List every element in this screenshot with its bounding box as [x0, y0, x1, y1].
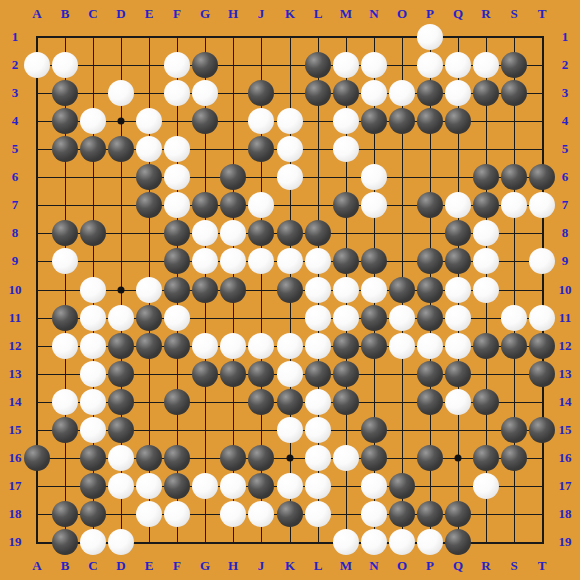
black-stone[interactable] — [248, 136, 274, 162]
black-stone[interactable] — [473, 164, 499, 190]
black-stone[interactable] — [473, 192, 499, 218]
black-stone[interactable] — [192, 52, 218, 78]
white-stone[interactable] — [305, 501, 331, 527]
white-stone[interactable] — [108, 473, 134, 499]
right-row-label: 2 — [562, 57, 569, 73]
white-stone[interactable] — [164, 192, 190, 218]
left-row-label: 17 — [9, 478, 22, 494]
left-row-label: 13 — [9, 366, 22, 382]
white-stone[interactable] — [248, 333, 274, 359]
black-stone[interactable] — [333, 333, 359, 359]
black-stone[interactable] — [305, 80, 331, 106]
black-stone[interactable] — [501, 52, 527, 78]
black-stone[interactable] — [361, 108, 387, 134]
white-stone[interactable] — [501, 192, 527, 218]
black-stone[interactable] — [136, 333, 162, 359]
star-point — [118, 118, 125, 125]
white-stone[interactable] — [277, 333, 303, 359]
black-stone[interactable] — [220, 192, 246, 218]
black-stone[interactable] — [417, 445, 443, 471]
left-row-label: 11 — [9, 310, 21, 326]
right-row-label: 18 — [559, 506, 572, 522]
white-stone[interactable] — [305, 389, 331, 415]
black-stone[interactable] — [248, 361, 274, 387]
black-stone[interactable] — [192, 108, 218, 134]
black-stone[interactable] — [164, 220, 190, 246]
white-stone[interactable] — [529, 305, 555, 331]
black-stone[interactable] — [164, 389, 190, 415]
right-row-label: 11 — [559, 310, 571, 326]
left-row-label: 12 — [9, 338, 22, 354]
black-stone[interactable] — [248, 80, 274, 106]
black-stone[interactable] — [164, 277, 190, 303]
left-row-label: 15 — [9, 422, 22, 438]
left-row-label: 5 — [12, 141, 19, 157]
white-stone[interactable] — [220, 333, 246, 359]
left-row-label: 4 — [12, 113, 19, 129]
black-stone[interactable] — [529, 333, 555, 359]
white-stone[interactable] — [80, 108, 106, 134]
black-stone[interactable] — [52, 417, 78, 443]
black-stone[interactable] — [108, 333, 134, 359]
black-stone[interactable] — [277, 277, 303, 303]
white-stone[interactable] — [445, 389, 471, 415]
right-row-label: 12 — [559, 338, 572, 354]
white-stone[interactable] — [192, 248, 218, 274]
white-stone[interactable] — [220, 473, 246, 499]
bottom-column-label: A — [32, 558, 41, 574]
white-stone[interactable] — [277, 248, 303, 274]
black-stone[interactable] — [220, 164, 246, 190]
white-stone[interactable] — [333, 305, 359, 331]
right-row-label: 10 — [559, 282, 572, 298]
white-stone[interactable] — [529, 248, 555, 274]
white-stone[interactable] — [80, 333, 106, 359]
black-stone[interactable] — [52, 220, 78, 246]
black-stone[interactable] — [164, 333, 190, 359]
white-stone[interactable] — [389, 333, 415, 359]
black-stone[interactable] — [417, 248, 443, 274]
white-stone[interactable] — [445, 192, 471, 218]
left-row-label: 1 — [12, 29, 19, 45]
white-stone[interactable] — [305, 473, 331, 499]
white-stone[interactable] — [80, 361, 106, 387]
white-stone[interactable] — [248, 192, 274, 218]
bottom-column-label: B — [61, 558, 70, 574]
top-column-label: G — [200, 6, 210, 22]
bottom-column-label: S — [510, 558, 517, 574]
black-stone[interactable] — [80, 445, 106, 471]
black-stone[interactable] — [473, 389, 499, 415]
white-stone[interactable] — [277, 136, 303, 162]
black-stone[interactable] — [80, 220, 106, 246]
left-row-label: 7 — [12, 197, 19, 213]
white-stone[interactable] — [248, 108, 274, 134]
black-stone[interactable] — [248, 473, 274, 499]
black-stone[interactable] — [417, 361, 443, 387]
black-stone[interactable] — [417, 108, 443, 134]
white-stone[interactable] — [80, 277, 106, 303]
left-row-label: 10 — [9, 282, 22, 298]
go-board[interactable]: AABBCCDDEEFFGGHHJJKKLLMMNNOOPPQQRRSSTT11… — [0, 0, 580, 580]
black-stone[interactable] — [333, 248, 359, 274]
star-point — [287, 455, 294, 462]
white-stone[interactable] — [473, 220, 499, 246]
top-column-label: D — [116, 6, 125, 22]
white-stone[interactable] — [305, 277, 331, 303]
white-stone[interactable] — [473, 473, 499, 499]
left-row-label: 16 — [9, 450, 22, 466]
black-stone[interactable] — [501, 445, 527, 471]
right-row-label: 15 — [559, 422, 572, 438]
black-stone[interactable] — [80, 501, 106, 527]
white-stone[interactable] — [136, 473, 162, 499]
bottom-column-label: J — [258, 558, 265, 574]
black-stone[interactable] — [417, 501, 443, 527]
white-stone[interactable] — [136, 136, 162, 162]
white-stone[interactable] — [108, 529, 134, 555]
top-column-label: T — [538, 6, 547, 22]
black-stone[interactable] — [192, 192, 218, 218]
right-row-label: 4 — [562, 113, 569, 129]
white-stone[interactable] — [361, 501, 387, 527]
bottom-column-label: Q — [453, 558, 463, 574]
black-stone[interactable] — [361, 305, 387, 331]
black-stone[interactable] — [248, 445, 274, 471]
black-stone[interactable] — [80, 473, 106, 499]
top-column-label: H — [228, 6, 238, 22]
black-stone[interactable] — [108, 389, 134, 415]
black-stone[interactable] — [108, 136, 134, 162]
black-stone[interactable] — [136, 305, 162, 331]
right-row-label: 1 — [562, 29, 569, 45]
black-stone[interactable] — [445, 501, 471, 527]
black-stone[interactable] — [501, 417, 527, 443]
white-stone[interactable] — [445, 333, 471, 359]
black-stone[interactable] — [445, 529, 471, 555]
black-stone[interactable] — [277, 220, 303, 246]
black-stone[interactable] — [361, 333, 387, 359]
bottom-column-label: C — [88, 558, 97, 574]
black-stone[interactable] — [445, 220, 471, 246]
top-column-label: R — [481, 6, 490, 22]
white-stone[interactable] — [52, 248, 78, 274]
top-column-label: K — [285, 6, 295, 22]
black-stone[interactable] — [333, 389, 359, 415]
bottom-column-label: N — [369, 558, 378, 574]
white-stone[interactable] — [361, 52, 387, 78]
white-stone[interactable] — [80, 389, 106, 415]
white-stone[interactable] — [445, 277, 471, 303]
white-stone[interactable] — [164, 164, 190, 190]
white-stone[interactable] — [220, 501, 246, 527]
white-stone[interactable] — [108, 80, 134, 106]
white-stone[interactable] — [333, 108, 359, 134]
black-stone[interactable] — [277, 501, 303, 527]
black-stone[interactable] — [417, 389, 443, 415]
white-stone[interactable] — [164, 501, 190, 527]
white-stone[interactable] — [361, 164, 387, 190]
bottom-column-label: H — [228, 558, 238, 574]
white-stone[interactable] — [52, 52, 78, 78]
white-stone[interactable] — [192, 473, 218, 499]
black-stone[interactable] — [333, 80, 359, 106]
black-stone[interactable] — [389, 108, 415, 134]
right-row-label: 5 — [562, 141, 569, 157]
black-stone[interactable] — [52, 108, 78, 134]
bottom-column-label: M — [340, 558, 352, 574]
left-row-label: 2 — [12, 57, 19, 73]
white-stone[interactable] — [333, 529, 359, 555]
star-point — [118, 287, 125, 294]
black-stone[interactable] — [164, 445, 190, 471]
white-stone[interactable] — [108, 305, 134, 331]
right-row-label: 8 — [562, 225, 569, 241]
bottom-column-label: D — [116, 558, 125, 574]
white-stone[interactable] — [24, 52, 50, 78]
black-stone[interactable] — [333, 192, 359, 218]
white-stone[interactable] — [417, 52, 443, 78]
black-stone[interactable] — [305, 52, 331, 78]
black-stone[interactable] — [52, 529, 78, 555]
white-stone[interactable] — [192, 220, 218, 246]
white-stone[interactable] — [417, 529, 443, 555]
black-stone[interactable] — [501, 80, 527, 106]
white-stone[interactable] — [305, 305, 331, 331]
black-stone[interactable] — [108, 361, 134, 387]
white-stone[interactable] — [80, 417, 106, 443]
right-row-label: 13 — [559, 366, 572, 382]
white-stone[interactable] — [501, 305, 527, 331]
top-column-label: F — [173, 6, 181, 22]
white-stone[interactable] — [473, 277, 499, 303]
black-stone[interactable] — [305, 220, 331, 246]
black-stone[interactable] — [417, 305, 443, 331]
black-stone[interactable] — [501, 164, 527, 190]
star-point — [455, 455, 462, 462]
white-stone[interactable] — [333, 277, 359, 303]
black-stone[interactable] — [220, 445, 246, 471]
white-stone[interactable] — [164, 52, 190, 78]
black-stone[interactable] — [417, 192, 443, 218]
white-stone[interactable] — [361, 529, 387, 555]
right-row-label: 19 — [559, 534, 572, 550]
bottom-column-label: G — [200, 558, 210, 574]
white-stone[interactable] — [220, 248, 246, 274]
white-stone[interactable] — [164, 80, 190, 106]
white-stone[interactable] — [277, 361, 303, 387]
black-stone[interactable] — [192, 361, 218, 387]
bottom-column-label: O — [397, 558, 407, 574]
white-stone[interactable] — [277, 473, 303, 499]
top-column-label: Q — [453, 6, 463, 22]
white-stone[interactable] — [417, 24, 443, 50]
left-row-label: 18 — [9, 506, 22, 522]
white-stone[interactable] — [389, 529, 415, 555]
black-stone[interactable] — [529, 417, 555, 443]
top-column-label: J — [258, 6, 265, 22]
white-stone[interactable] — [80, 529, 106, 555]
bottom-column-label: F — [173, 558, 181, 574]
white-stone[interactable] — [220, 220, 246, 246]
black-stone[interactable] — [417, 277, 443, 303]
black-stone[interactable] — [473, 80, 499, 106]
black-stone[interactable] — [136, 164, 162, 190]
left-row-label: 19 — [9, 534, 22, 550]
black-stone[interactable] — [136, 192, 162, 218]
white-stone[interactable] — [361, 192, 387, 218]
black-stone[interactable] — [52, 501, 78, 527]
black-stone[interactable] — [417, 80, 443, 106]
white-stone[interactable] — [164, 136, 190, 162]
left-row-label: 14 — [9, 394, 22, 410]
bottom-column-label: L — [314, 558, 323, 574]
black-stone[interactable] — [80, 136, 106, 162]
black-stone[interactable] — [305, 361, 331, 387]
top-column-label: B — [61, 6, 70, 22]
white-stone[interactable] — [136, 501, 162, 527]
black-stone[interactable] — [248, 389, 274, 415]
top-column-label: L — [314, 6, 323, 22]
white-stone[interactable] — [136, 277, 162, 303]
black-stone[interactable] — [277, 389, 303, 415]
bottom-column-label: R — [481, 558, 490, 574]
black-stone[interactable] — [192, 277, 218, 303]
white-stone[interactable] — [305, 333, 331, 359]
black-stone[interactable] — [333, 361, 359, 387]
black-stone[interactable] — [248, 220, 274, 246]
bottom-column-label: E — [145, 558, 154, 574]
black-stone[interactable] — [445, 361, 471, 387]
black-stone[interactable] — [445, 108, 471, 134]
white-stone[interactable] — [52, 333, 78, 359]
white-stone[interactable] — [80, 305, 106, 331]
white-stone[interactable] — [248, 248, 274, 274]
black-stone[interactable] — [361, 248, 387, 274]
white-stone[interactable] — [277, 164, 303, 190]
black-stone[interactable] — [473, 333, 499, 359]
black-stone[interactable] — [52, 80, 78, 106]
white-stone[interactable] — [473, 248, 499, 274]
white-stone[interactable] — [333, 52, 359, 78]
right-row-label: 9 — [562, 253, 569, 269]
black-stone[interactable] — [389, 473, 415, 499]
bottom-column-label: P — [426, 558, 434, 574]
top-column-label: E — [145, 6, 154, 22]
right-row-label: 16 — [559, 450, 572, 466]
black-stone[interactable] — [389, 501, 415, 527]
bottom-column-label: T — [538, 558, 547, 574]
black-stone[interactable] — [389, 277, 415, 303]
bottom-column-label: K — [285, 558, 295, 574]
right-row-label: 6 — [562, 169, 569, 185]
black-stone[interactable] — [164, 248, 190, 274]
black-stone[interactable] — [220, 361, 246, 387]
black-stone[interactable] — [445, 248, 471, 274]
left-row-label: 8 — [12, 225, 19, 241]
black-stone[interactable] — [52, 136, 78, 162]
top-column-label: M — [340, 6, 352, 22]
black-stone[interactable] — [52, 305, 78, 331]
white-stone[interactable] — [248, 501, 274, 527]
black-stone[interactable] — [473, 445, 499, 471]
right-row-label: 14 — [559, 394, 572, 410]
white-stone[interactable] — [389, 305, 415, 331]
white-stone[interactable] — [192, 333, 218, 359]
white-stone[interactable] — [277, 108, 303, 134]
white-stone[interactable] — [108, 445, 134, 471]
white-stone[interactable] — [333, 445, 359, 471]
white-stone[interactable] — [164, 305, 190, 331]
black-stone[interactable] — [108, 417, 134, 443]
left-row-label: 9 — [12, 253, 19, 269]
black-stone[interactable] — [220, 277, 246, 303]
black-stone[interactable] — [164, 473, 190, 499]
black-stone[interactable] — [361, 445, 387, 471]
white-stone[interactable] — [136, 108, 162, 134]
white-stone[interactable] — [445, 80, 471, 106]
white-stone[interactable] — [417, 333, 443, 359]
left-row-label: 3 — [12, 85, 19, 101]
black-stone[interactable] — [136, 445, 162, 471]
left-row-label: 6 — [12, 169, 19, 185]
top-column-label: N — [369, 6, 378, 22]
black-stone[interactable] — [501, 333, 527, 359]
white-stone[interactable] — [305, 445, 331, 471]
white-stone[interactable] — [445, 52, 471, 78]
white-stone[interactable] — [52, 389, 78, 415]
white-stone[interactable] — [529, 192, 555, 218]
black-stone[interactable] — [361, 417, 387, 443]
white-stone[interactable] — [333, 136, 359, 162]
white-stone[interactable] — [361, 277, 387, 303]
black-stone[interactable] — [529, 164, 555, 190]
right-row-label: 7 — [562, 197, 569, 213]
right-row-label: 17 — [559, 478, 572, 494]
white-stone[interactable] — [361, 80, 387, 106]
top-column-label: P — [426, 6, 434, 22]
black-stone[interactable] — [529, 361, 555, 387]
white-stone[interactable] — [305, 248, 331, 274]
white-stone[interactable] — [445, 305, 471, 331]
top-column-label: O — [397, 6, 407, 22]
top-column-label: C — [88, 6, 97, 22]
black-stone[interactable] — [24, 445, 50, 471]
white-stone[interactable] — [277, 417, 303, 443]
white-stone[interactable] — [473, 52, 499, 78]
right-row-label: 3 — [562, 85, 569, 101]
white-stone[interactable] — [192, 80, 218, 106]
top-column-label: S — [510, 6, 517, 22]
top-column-label: A — [32, 6, 41, 22]
white-stone[interactable] — [361, 473, 387, 499]
white-stone[interactable] — [389, 80, 415, 106]
white-stone[interactable] — [305, 417, 331, 443]
